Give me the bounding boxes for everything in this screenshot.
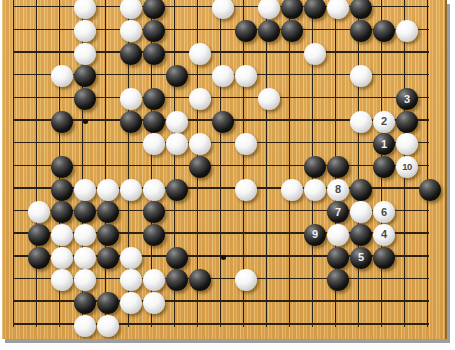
white-stone: [120, 247, 142, 269]
black-stone: [74, 292, 96, 314]
black-stone: [143, 88, 165, 110]
black-stone: [143, 43, 165, 65]
black-stone: [28, 247, 50, 269]
white-stone: [235, 179, 257, 201]
black-stone: [189, 156, 211, 178]
black-stone: [120, 111, 142, 133]
move-number: 6: [381, 207, 387, 218]
black-stone: [327, 156, 349, 178]
white-stone: [120, 20, 142, 42]
move-number: 7: [335, 207, 341, 218]
black-stone: [51, 111, 73, 133]
white-stone: [74, 247, 96, 269]
black-stone: 3: [396, 88, 418, 110]
white-stone: [143, 292, 165, 314]
white-stone: [350, 111, 372, 133]
white-stone: [74, 224, 96, 246]
black-stone: [281, 20, 303, 42]
black-stone: [373, 20, 395, 42]
black-stone: [51, 156, 73, 178]
black-stone: [143, 20, 165, 42]
black-stone: [419, 179, 441, 201]
white-stone: 4: [373, 224, 395, 246]
white-stone: [281, 179, 303, 201]
move-number: 5: [358, 252, 364, 263]
black-stone: [51, 179, 73, 201]
black-stone: [304, 156, 326, 178]
black-stone: [373, 156, 395, 178]
white-stone: [97, 315, 119, 337]
move-number: 1: [381, 139, 387, 150]
white-stone: [120, 179, 142, 201]
move-number: 2: [381, 116, 387, 127]
black-stone: [235, 20, 257, 42]
white-stone: [74, 315, 96, 337]
black-stone: [327, 247, 349, 269]
white-stone: [143, 179, 165, 201]
white-stone: [189, 43, 211, 65]
go-app-window: 32110876945: [0, 0, 455, 350]
black-stone: [97, 224, 119, 246]
black-stone: [258, 20, 280, 42]
white-stone: [189, 88, 211, 110]
white-stone: [97, 179, 119, 201]
white-stone: [120, 292, 142, 314]
black-stone: [120, 43, 142, 65]
black-stone: [373, 247, 395, 269]
black-stone: [350, 20, 372, 42]
black-stone: [166, 179, 188, 201]
star-point: [83, 119, 88, 124]
move-number: 8: [335, 184, 341, 195]
black-stone: [97, 292, 119, 314]
black-stone: [143, 224, 165, 246]
white-stone: [396, 20, 418, 42]
black-stone: [143, 111, 165, 133]
black-stone: [350, 224, 372, 246]
white-stone: [258, 88, 280, 110]
move-number: 3: [404, 94, 410, 105]
black-stone: [350, 179, 372, 201]
white-stone: [74, 179, 96, 201]
white-stone: [304, 179, 326, 201]
white-stone: [327, 224, 349, 246]
move-number: 4: [381, 229, 387, 240]
black-stone: [396, 111, 418, 133]
black-stone: [166, 247, 188, 269]
black-stone: [74, 88, 96, 110]
white-stone: [304, 43, 326, 65]
white-stone: [51, 224, 73, 246]
white-stone: 2: [373, 111, 395, 133]
black-stone: 5: [350, 247, 372, 269]
white-stone: [120, 88, 142, 110]
move-number: 9: [312, 229, 318, 240]
black-stone: 9: [304, 224, 326, 246]
black-stone: [97, 247, 119, 269]
star-point: [221, 255, 226, 260]
white-stone: [74, 43, 96, 65]
goban[interactable]: 32110876945: [2, 0, 447, 339]
white-stone: [51, 247, 73, 269]
board-grid[interactable]: 32110876945: [2, 0, 447, 339]
black-stone: [212, 111, 234, 133]
black-stone: [28, 224, 50, 246]
white-stone: 10: [396, 156, 418, 178]
white-stone: [166, 111, 188, 133]
move-number: 10: [402, 162, 412, 172]
white-stone: 8: [327, 179, 349, 201]
white-stone: [74, 20, 96, 42]
